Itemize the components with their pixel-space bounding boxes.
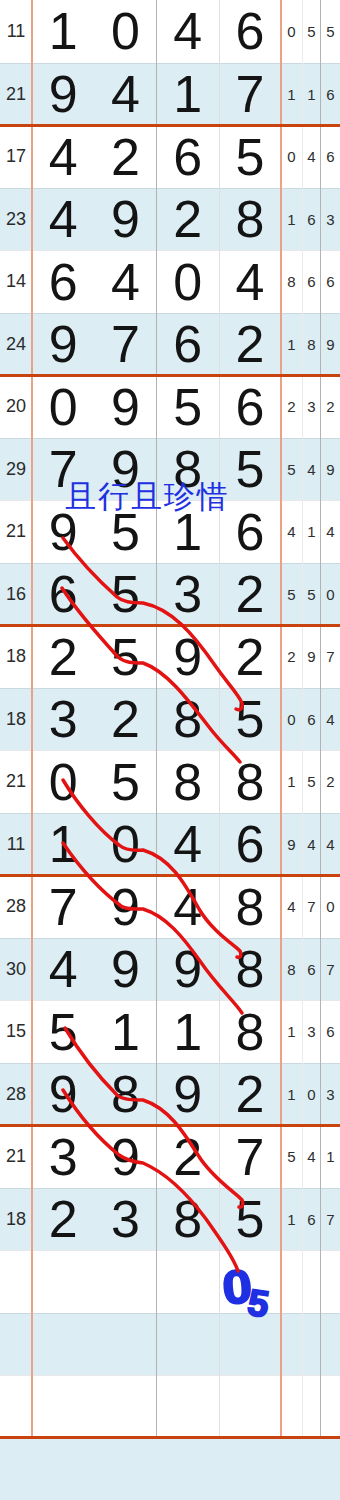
- sum-cell: 14: [0, 251, 32, 313]
- draw-row: 174265046: [0, 125, 340, 188]
- tail-digit-cell: 6: [302, 689, 321, 751]
- digit-cell: 6: [157, 314, 219, 376]
- tail-digit-cell: 1: [281, 1189, 302, 1251]
- digit-cell: 5: [157, 376, 219, 438]
- draw-row: 111046944: [0, 813, 340, 876]
- tail-digit-cell: 5: [321, 0, 340, 63]
- tail-digit-cell: [321, 1314, 340, 1376]
- tail-digit-cell: 2: [321, 376, 340, 438]
- digit-cell: 6: [157, 126, 219, 188]
- tail-digit-cell: [281, 1314, 302, 1376]
- digit-cell: 4: [94, 64, 156, 126]
- draw-row: 289892103: [0, 1063, 340, 1126]
- tail-digit-cell: 3: [321, 1064, 340, 1126]
- digit-cell: 5: [94, 564, 156, 626]
- sum-cell: 20: [0, 376, 32, 438]
- tail-digit-cell: 0: [321, 876, 340, 938]
- tail-digit-cell: 7: [321, 939, 340, 1001]
- tail-digit-cell: 5: [302, 0, 321, 63]
- digit-cell: 7: [219, 1126, 281, 1188]
- handwritten-phrase: 且行且珍惜: [65, 476, 230, 518]
- sum-cell: 18: [0, 626, 32, 688]
- tail-digit-cell: 6: [321, 64, 340, 126]
- digit-cell: 5: [219, 689, 281, 751]
- tail-digit-cell: 6: [302, 939, 321, 1001]
- sum-cell: 28: [0, 1064, 32, 1126]
- digit-cell: 5: [219, 126, 281, 188]
- sum-cell: 11: [0, 0, 32, 63]
- group-separator-line: [0, 1436, 340, 1439]
- digit-cell: 2: [94, 689, 156, 751]
- sum-cell: [0, 1314, 32, 1376]
- draw-row: 287948470: [0, 875, 340, 938]
- sum-cell: 24: [0, 314, 32, 376]
- digit-cell: 4: [157, 876, 219, 938]
- sum-cell: 21: [0, 1126, 32, 1188]
- draw-row: 304998867: [0, 938, 340, 1001]
- draw-row: 182592297: [0, 625, 340, 688]
- tail-digit-cell: 1: [281, 64, 302, 126]
- sum-cell: [0, 1251, 32, 1313]
- digit-cell: 2: [94, 126, 156, 188]
- digit-cell: 4: [219, 251, 281, 313]
- tail-digit-cell: 2: [281, 376, 302, 438]
- tail-digit-cell: [302, 1314, 321, 1376]
- draw-row: [0, 1313, 340, 1376]
- sum-cell: 30: [0, 939, 32, 1001]
- digit-cell: [94, 1439, 156, 1500]
- digit-cell: [32, 1314, 94, 1376]
- tail-digit-cell: 4: [321, 689, 340, 751]
- digit-cell: 0: [32, 751, 94, 813]
- digit-cell: [94, 1314, 156, 1376]
- sum-cell: 28: [0, 876, 32, 938]
- digit-cell: 1: [157, 64, 219, 126]
- tail-digit-cell: 6: [321, 251, 340, 313]
- digit-cell: 2: [157, 1126, 219, 1188]
- draw-row: 210588152: [0, 750, 340, 813]
- digit-cell: 3: [32, 689, 94, 751]
- tail-digit-cell: 1: [302, 64, 321, 126]
- sum-cell: 21: [0, 751, 32, 813]
- digit-cell: 9: [157, 626, 219, 688]
- draw-row: [0, 1375, 340, 1438]
- tail-digit-cell: 4: [302, 1126, 321, 1188]
- digit-cell: 2: [157, 189, 219, 251]
- digit-cell: 2: [32, 626, 94, 688]
- tail-digit-cell: 0: [321, 564, 340, 626]
- group-separator-line: [0, 374, 340, 377]
- digit-column-divider-line: [156, 0, 157, 1437]
- draw-row: 234928163: [0, 188, 340, 251]
- tail-digit-cell: 1: [281, 751, 302, 813]
- tail-digit-cell: [321, 1251, 340, 1313]
- draw-row: 182385167: [0, 1188, 340, 1251]
- digit-cell: 9: [157, 939, 219, 1001]
- digit-cell: [32, 1251, 94, 1313]
- tail-digit-cell: 9: [281, 814, 302, 876]
- digit-cell: 3: [94, 1189, 156, 1251]
- digit-cell: [157, 1439, 219, 1500]
- tail-digit-cell: 9: [302, 626, 321, 688]
- tail-digit-cell: 6: [302, 251, 321, 313]
- digit-cell: 9: [94, 189, 156, 251]
- digit-cell: 2: [219, 1064, 281, 1126]
- digit-cell: [32, 1439, 94, 1500]
- digit-cell: 9: [32, 1064, 94, 1126]
- digit-cell: [219, 1439, 281, 1500]
- digit-cell: 9: [32, 64, 94, 126]
- tail-column-divider-line: [302, 0, 303, 1437]
- tail-digit-cell: [302, 1376, 321, 1438]
- sum-cell: [0, 1376, 32, 1438]
- digit-cell: 2: [219, 564, 281, 626]
- tail-column-divider-line: [320, 0, 321, 1437]
- digit-cell: 8: [219, 1001, 281, 1063]
- draw-row: 219417116: [0, 63, 340, 126]
- digit-cell: 7: [219, 64, 281, 126]
- tail-digit-cell: 1: [281, 1064, 302, 1126]
- digit-cell: 2: [219, 626, 281, 688]
- tail-digit-cell: 5: [281, 1126, 302, 1188]
- tail-digit-cell: 3: [321, 189, 340, 251]
- tail-digit-cell: 4: [302, 439, 321, 501]
- tail-digit-cell: 5: [302, 751, 321, 813]
- tail-digit-cell: 6: [321, 126, 340, 188]
- digit-cell: 7: [32, 876, 94, 938]
- tail-digit-cell: [281, 1251, 302, 1313]
- digit-cell: [157, 1251, 219, 1313]
- sum-column-divider-line: [31, 0, 33, 1437]
- digit-column-divider-line: [219, 0, 220, 1437]
- tail-digit-cell: 8: [302, 314, 321, 376]
- tail-digit-cell: 8: [281, 939, 302, 1001]
- group-separator-line: [0, 624, 340, 627]
- tail-digit-cell: 3: [302, 1001, 321, 1063]
- tail-digit-cell: 0: [281, 126, 302, 188]
- digit-cell: 9: [157, 1064, 219, 1126]
- tail-digit-cell: 9: [321, 314, 340, 376]
- tail-digit-cell: 4: [281, 501, 302, 563]
- sum-cell: 23: [0, 189, 32, 251]
- tail-digit-cell: 5: [281, 439, 302, 501]
- tail-column-divider-line: [280, 0, 282, 1437]
- draw-row: 111046055: [0, 0, 340, 63]
- tail-digit-cell: 4: [302, 814, 321, 876]
- digit-cell: 9: [32, 314, 94, 376]
- tail-digit-cell: 1: [321, 1126, 340, 1188]
- tail-digit-cell: 7: [321, 1189, 340, 1251]
- digit-cell: 6: [219, 814, 281, 876]
- digit-cell: 8: [219, 751, 281, 813]
- tail-digit-cell: 6: [321, 1001, 340, 1063]
- tail-digit-cell: [281, 1376, 302, 1438]
- tail-digit-cell: 6: [302, 1189, 321, 1251]
- draw-row: 213927541: [0, 1125, 340, 1188]
- tail-digit-cell: 1: [281, 189, 302, 251]
- digit-cell: 5: [219, 1189, 281, 1251]
- draw-row: 249762189: [0, 313, 340, 376]
- tail-digit-cell: [302, 1251, 321, 1313]
- digit-cell: 9: [94, 876, 156, 938]
- digit-cell: 7: [94, 314, 156, 376]
- digit-cell: 8: [157, 751, 219, 813]
- digit-cell: 4: [32, 189, 94, 251]
- digit-cell: 3: [32, 1126, 94, 1188]
- digit-cell: 9: [94, 1126, 156, 1188]
- digit-cell: 0: [94, 0, 156, 63]
- tail-digit-cell: [302, 1439, 321, 1500]
- digit-cell: [157, 1376, 219, 1438]
- digit-cell: 8: [157, 689, 219, 751]
- draw-row: 166532550: [0, 563, 340, 626]
- digit-cell: 5: [32, 1001, 94, 1063]
- tail-digit-cell: 1: [281, 1001, 302, 1063]
- tail-digit-cell: 4: [321, 814, 340, 876]
- tail-digit-cell: 1: [302, 501, 321, 563]
- tail-digit-cell: 4: [321, 501, 340, 563]
- tail-digit-cell: 2: [321, 751, 340, 813]
- tail-digit-cell: 6: [302, 189, 321, 251]
- group-separator-line: [0, 124, 340, 127]
- sum-cell: 21: [0, 64, 32, 126]
- digit-cell: 8: [219, 189, 281, 251]
- digit-cell: 1: [94, 1001, 156, 1063]
- digit-cell: 5: [94, 626, 156, 688]
- tail-digit-cell: 1: [281, 314, 302, 376]
- digit-cell: 1: [32, 0, 94, 63]
- tail-digit-cell: 4: [302, 126, 321, 188]
- draw-row: [0, 1438, 340, 1500]
- tail-digit-cell: 0: [281, 0, 302, 63]
- sum-cell: 29: [0, 439, 32, 501]
- tail-digit-cell: 0: [281, 689, 302, 751]
- digit-cell: 4: [157, 0, 219, 63]
- digit-cell: 6: [219, 376, 281, 438]
- digit-cell: 0: [157, 251, 219, 313]
- digit-cell: 1: [157, 1001, 219, 1063]
- draw-row: 200956232: [0, 375, 340, 438]
- digit-cell: 2: [32, 1189, 94, 1251]
- digit-cell: 4: [94, 251, 156, 313]
- sum-cell: 16: [0, 564, 32, 626]
- tail-digit-cell: 5: [281, 564, 302, 626]
- digit-cell: 3: [157, 564, 219, 626]
- digit-cell: 2: [219, 314, 281, 376]
- digit-cell: 9: [94, 939, 156, 1001]
- digit-cell: 6: [32, 564, 94, 626]
- digit-cell: [94, 1376, 156, 1438]
- digit-cell: 4: [157, 814, 219, 876]
- digit-cell: [157, 1314, 219, 1376]
- digit-cell: 6: [219, 0, 281, 63]
- rows: 1110460552194171161742650462349281631464…: [0, 0, 340, 1500]
- digit-cell: 5: [94, 751, 156, 813]
- sum-cell: 18: [0, 1189, 32, 1251]
- draw-row: 183285064: [0, 688, 340, 751]
- digit-cell: 9: [94, 376, 156, 438]
- draw-row: 155118136: [0, 1000, 340, 1063]
- group-separator-line: [0, 874, 340, 877]
- tail-digit-cell: [281, 1439, 302, 1500]
- group-separator-line: [0, 1124, 340, 1127]
- digit-cell: 8: [94, 1064, 156, 1126]
- tail-digit-cell: 4: [281, 876, 302, 938]
- digit-cell: 8: [219, 876, 281, 938]
- digit-cell: 8: [219, 939, 281, 1001]
- digit-cell: 4: [32, 939, 94, 1001]
- tail-digit-cell: 9: [321, 439, 340, 501]
- sum-cell: 18: [0, 689, 32, 751]
- digit-cell: 6: [32, 251, 94, 313]
- sum-cell: 17: [0, 126, 32, 188]
- draw-row: [0, 1250, 340, 1313]
- tail-digit-cell: 3: [302, 376, 321, 438]
- tail-digit-cell: 2: [281, 626, 302, 688]
- digit-cell: [94, 1251, 156, 1313]
- tail-digit-cell: 7: [321, 626, 340, 688]
- handwritten-prediction: 05: [224, 1259, 271, 1314]
- digit-cell: [219, 1376, 281, 1438]
- lottery-trend-chart: 1110460552194171161742650462349281631464…: [0, 0, 340, 1500]
- tail-digit-cell: 5: [302, 564, 321, 626]
- tail-digit-cell: 8: [281, 251, 302, 313]
- digit-cell: 1: [32, 814, 94, 876]
- digit-cell: 0: [94, 814, 156, 876]
- digit-cell: [32, 1376, 94, 1438]
- tail-digit-cell: 0: [302, 1064, 321, 1126]
- tail-digit-cell: [321, 1376, 340, 1438]
- digit-cell: 8: [157, 1189, 219, 1251]
- draw-row: 146404866: [0, 250, 340, 313]
- sum-cell: 21: [0, 501, 32, 563]
- sum-cell: [0, 1439, 32, 1500]
- digit-cell: 0: [32, 376, 94, 438]
- tail-digit-cell: [321, 1439, 340, 1500]
- tail-digit-cell: 7: [302, 876, 321, 938]
- digit-cell: 4: [32, 126, 94, 188]
- sum-cell: 11: [0, 814, 32, 876]
- sum-cell: 15: [0, 1001, 32, 1063]
